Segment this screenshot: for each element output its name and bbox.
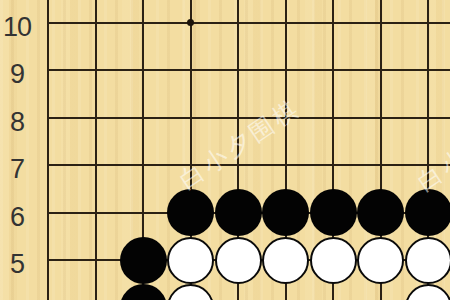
black-stone (120, 284, 167, 300)
grid-line-vertical-1 (47, 0, 49, 300)
white-stone (215, 237, 262, 284)
grid-line-vertical-2 (95, 0, 97, 300)
black-stone (262, 189, 309, 236)
white-stone (167, 284, 214, 300)
black-stone (405, 189, 450, 236)
row-label-7: 7 (0, 157, 34, 181)
black-stone (310, 189, 357, 236)
watermark-text: 白小夕围棋 (173, 92, 307, 197)
star-point (187, 19, 194, 26)
grid-line-horizontal-10 (48, 22, 450, 24)
grid-line-horizontal-9 (48, 69, 450, 71)
white-stone (405, 237, 450, 284)
black-stone (120, 237, 167, 284)
white-stone (405, 284, 450, 300)
black-stone (357, 189, 404, 236)
black-stone (215, 189, 262, 236)
row-label-9: 9 (0, 62, 34, 86)
grid-line-horizontal-7 (48, 164, 450, 166)
white-stone (262, 237, 309, 284)
grid-line-horizontal-8 (48, 117, 450, 119)
row-label-6: 6 (0, 205, 34, 229)
white-stone (357, 237, 404, 284)
black-stone (167, 189, 214, 236)
white-stone (167, 237, 214, 284)
white-stone (310, 237, 357, 284)
row-label-5: 5 (0, 252, 34, 276)
watermark-text: 白小夕围棋 (411, 94, 450, 199)
go-board[interactable]: 1098765白小夕围棋白小夕围棋 (0, 0, 450, 300)
row-label-10: 10 (0, 15, 34, 39)
row-label-8: 8 (0, 110, 34, 134)
